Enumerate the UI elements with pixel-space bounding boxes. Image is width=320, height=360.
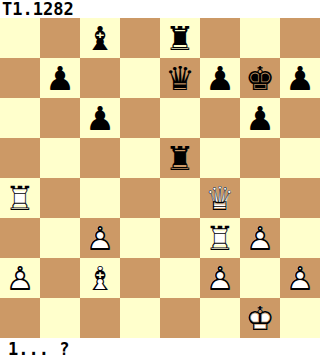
square-e2[interactable] <box>160 258 200 298</box>
square-d1[interactable] <box>120 298 160 338</box>
square-g1[interactable]: ♚♔ <box>240 298 280 338</box>
square-c1[interactable] <box>80 298 120 338</box>
square-b5[interactable] <box>40 138 80 178</box>
square-e6[interactable] <box>160 98 200 138</box>
square-b6[interactable] <box>40 98 80 138</box>
square-e7[interactable]: ♛ <box>160 58 200 98</box>
square-a2[interactable]: ♟♙ <box>0 258 40 298</box>
square-c7[interactable] <box>80 58 120 98</box>
square-d3[interactable] <box>120 218 160 258</box>
square-g3[interactable]: ♟♙ <box>240 218 280 258</box>
black-pawn[interactable]: ♟ <box>280 58 320 98</box>
square-a7[interactable] <box>0 58 40 98</box>
square-e5[interactable]: ♜ <box>160 138 200 178</box>
square-f6[interactable] <box>200 98 240 138</box>
square-b8[interactable] <box>40 18 80 58</box>
square-f4[interactable]: ♛♕ <box>200 178 240 218</box>
white-rook[interactable]: ♖ <box>0 178 40 218</box>
square-f5[interactable] <box>200 138 240 178</box>
white-pawn[interactable]: ♙ <box>0 258 40 298</box>
square-h5[interactable] <box>280 138 320 178</box>
square-b3[interactable] <box>40 218 80 258</box>
white-pawn[interactable]: ♙ <box>200 258 240 298</box>
square-b1[interactable] <box>40 298 80 338</box>
square-h8[interactable] <box>280 18 320 58</box>
square-d7[interactable] <box>120 58 160 98</box>
square-f1[interactable] <box>200 298 240 338</box>
square-f8[interactable] <box>200 18 240 58</box>
black-bishop[interactable]: ♝ <box>80 18 120 58</box>
square-a6[interactable] <box>0 98 40 138</box>
white-pawn[interactable]: ♙ <box>280 258 320 298</box>
square-d4[interactable] <box>120 178 160 218</box>
square-e4[interactable] <box>160 178 200 218</box>
status-bar: 1... ? <box>0 338 320 360</box>
square-c3[interactable]: ♟♙ <box>80 218 120 258</box>
square-b4[interactable] <box>40 178 80 218</box>
black-pawn[interactable]: ♟ <box>240 98 280 138</box>
square-e3[interactable] <box>160 218 200 258</box>
square-g7[interactable]: ♚ <box>240 58 280 98</box>
square-h3[interactable] <box>280 218 320 258</box>
square-h6[interactable] <box>280 98 320 138</box>
white-pawn[interactable]: ♙ <box>80 218 120 258</box>
square-c5[interactable] <box>80 138 120 178</box>
black-pawn[interactable]: ♟ <box>200 58 240 98</box>
square-d8[interactable] <box>120 18 160 58</box>
square-a1[interactable] <box>0 298 40 338</box>
black-king[interactable]: ♚ <box>240 58 280 98</box>
square-h1[interactable] <box>280 298 320 338</box>
black-rook[interactable]: ♜ <box>160 138 200 178</box>
square-g6[interactable]: ♟ <box>240 98 280 138</box>
square-d2[interactable] <box>120 258 160 298</box>
white-bishop[interactable]: ♗ <box>80 258 120 298</box>
square-f3[interactable]: ♜♖ <box>200 218 240 258</box>
square-a4[interactable]: ♜♖ <box>0 178 40 218</box>
square-e8[interactable]: ♜ <box>160 18 200 58</box>
square-a5[interactable] <box>0 138 40 178</box>
black-queen[interactable]: ♛ <box>160 58 200 98</box>
square-d6[interactable] <box>120 98 160 138</box>
square-g2[interactable] <box>240 258 280 298</box>
white-pawn[interactable]: ♙ <box>240 218 280 258</box>
title-bar: T1.1282 <box>0 0 320 18</box>
square-h4[interactable] <box>280 178 320 218</box>
square-c2[interactable]: ♝♗ <box>80 258 120 298</box>
square-f2[interactable]: ♟♙ <box>200 258 240 298</box>
chess-puzzle-page: T1.1282 ♝♜♟♛♟♚♟♟♟♜♜♖♛♕♟♙♜♖♟♙♟♙♝♗♟♙♟♙♚♔ 1… <box>0 0 320 360</box>
puzzle-id: T1.1282 <box>0 0 74 18</box>
square-a3[interactable] <box>0 218 40 258</box>
white-queen[interactable]: ♕ <box>200 178 240 218</box>
square-g5[interactable] <box>240 138 280 178</box>
square-h7[interactable]: ♟ <box>280 58 320 98</box>
chess-board: ♝♜♟♛♟♚♟♟♟♜♜♖♛♕♟♙♜♖♟♙♟♙♝♗♟♙♟♙♚♔ <box>0 18 320 338</box>
square-c4[interactable] <box>80 178 120 218</box>
square-b2[interactable] <box>40 258 80 298</box>
white-king[interactable]: ♔ <box>240 298 280 338</box>
square-e1[interactable] <box>160 298 200 338</box>
square-c6[interactable]: ♟ <box>80 98 120 138</box>
black-pawn[interactable]: ♟ <box>80 98 120 138</box>
black-pawn[interactable]: ♟ <box>40 58 80 98</box>
white-rook[interactable]: ♖ <box>200 218 240 258</box>
square-f7[interactable]: ♟ <box>200 58 240 98</box>
square-h2[interactable]: ♟♙ <box>280 258 320 298</box>
square-g4[interactable] <box>240 178 280 218</box>
black-rook[interactable]: ♜ <box>160 18 200 58</box>
square-d5[interactable] <box>120 138 160 178</box>
move-prompt: 1... ? <box>0 338 69 360</box>
square-a8[interactable] <box>0 18 40 58</box>
square-g8[interactable] <box>240 18 280 58</box>
square-b7[interactable]: ♟ <box>40 58 80 98</box>
square-c8[interactable]: ♝ <box>80 18 120 58</box>
